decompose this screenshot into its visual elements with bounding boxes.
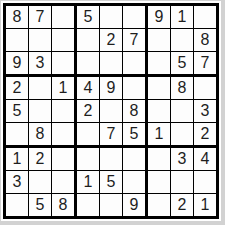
sudoku-cell-r4c5[interactable]: 9 <box>100 77 123 100</box>
sudoku-cell-r8c4[interactable]: 1 <box>77 171 100 194</box>
sudoku-cell-r1c4[interactable]: 5 <box>77 6 100 29</box>
sudoku-cell-r3c5[interactable] <box>100 52 123 77</box>
sudoku-cell-r1c8[interactable]: 1 <box>171 6 194 29</box>
sudoku-cell-r8c2[interactable] <box>29 171 52 194</box>
sudoku-cell-r8c1[interactable]: 3 <box>6 171 29 194</box>
board-margin: 87591278935721498528387512123431558921 <box>1 1 221 221</box>
sudoku-cell-r1c7[interactable]: 9 <box>148 6 171 29</box>
sudoku-cell-r9c4[interactable] <box>77 194 100 216</box>
sudoku-cell-r9c9[interactable]: 1 <box>194 194 216 216</box>
sudoku-cell-r7c1[interactable]: 1 <box>6 148 29 171</box>
board-row-2: 278 <box>6 29 216 52</box>
sudoku-cell-r3c9[interactable]: 7 <box>194 52 216 77</box>
sudoku-cell-r5c3[interactable] <box>52 100 77 123</box>
sudoku-cell-r4c3[interactable]: 1 <box>52 77 77 100</box>
sudoku-cell-r2c3[interactable] <box>52 29 77 52</box>
sudoku-cell-r6c8[interactable] <box>171 123 194 148</box>
sudoku-cell-r4c9[interactable] <box>194 77 216 100</box>
sudoku-cell-r1c3[interactable] <box>52 6 77 29</box>
sudoku-cell-r9c5[interactable] <box>100 194 123 216</box>
sudoku-cell-r8c6[interactable] <box>123 171 148 194</box>
sudoku-cell-r2c5[interactable]: 2 <box>100 29 123 52</box>
sudoku-cell-r9c8[interactable]: 2 <box>171 194 194 216</box>
sudoku-cell-r9c7[interactable] <box>148 194 171 216</box>
board-row-9: 58921 <box>6 194 216 216</box>
sudoku-cell-r7c8[interactable]: 3 <box>171 148 194 171</box>
sudoku-cell-r6c4[interactable] <box>77 123 100 148</box>
board-row-5: 5283 <box>6 100 216 123</box>
sudoku-cell-r8c7[interactable] <box>148 171 171 194</box>
sudoku-cell-r4c2[interactable] <box>29 77 52 100</box>
sudoku-cell-r1c2[interactable]: 7 <box>29 6 52 29</box>
board-row-3: 9357 <box>6 52 216 77</box>
sudoku-cell-r7c7[interactable] <box>148 148 171 171</box>
sudoku-cell-r6c7[interactable]: 1 <box>148 123 171 148</box>
sudoku-cell-r2c7[interactable] <box>148 29 171 52</box>
sudoku-cell-r8c8[interactable] <box>171 171 194 194</box>
sudoku-cell-r4c4[interactable]: 4 <box>77 77 100 100</box>
board-row-4: 21498 <box>6 77 216 100</box>
sudoku-cell-r7c5[interactable] <box>100 148 123 171</box>
sudoku-cell-r5c7[interactable] <box>148 100 171 123</box>
sudoku-cell-r6c6[interactable]: 5 <box>123 123 148 148</box>
sudoku-cell-r3c8[interactable]: 5 <box>171 52 194 77</box>
board-row-6: 87512 <box>6 123 216 148</box>
sudoku-cell-r1c6[interactable] <box>123 6 148 29</box>
sudoku-cell-r5c1[interactable]: 5 <box>6 100 29 123</box>
sudoku-cell-r4c8[interactable]: 8 <box>171 77 194 100</box>
sudoku-cell-r2c8[interactable] <box>171 29 194 52</box>
sudoku-cell-r1c5[interactable] <box>100 6 123 29</box>
sudoku-cell-r2c6[interactable]: 7 <box>123 29 148 52</box>
sudoku-cell-r8c3[interactable] <box>52 171 77 194</box>
sudoku-cell-r8c9[interactable] <box>194 171 216 194</box>
sudoku-cell-r1c1[interactable]: 8 <box>6 6 29 29</box>
sudoku-board: 87591278935721498528387512123431558921 <box>3 3 219 219</box>
sudoku-cell-r7c4[interactable] <box>77 148 100 171</box>
board-row-8: 315 <box>6 171 216 194</box>
sudoku-cell-r9c6[interactable]: 9 <box>123 194 148 216</box>
sudoku-cell-r6c2[interactable]: 8 <box>29 123 52 148</box>
sudoku-cell-r4c6[interactable] <box>123 77 148 100</box>
board-row-1: 87591 <box>6 6 216 29</box>
sudoku-cell-r5c8[interactable] <box>171 100 194 123</box>
sudoku-cell-r3c2[interactable]: 3 <box>29 52 52 77</box>
board-row-7: 1234 <box>6 148 216 171</box>
sudoku-cell-r2c9[interactable]: 8 <box>194 29 216 52</box>
sudoku-cell-r1c9[interactable] <box>194 6 216 29</box>
sudoku-cell-r5c5[interactable] <box>100 100 123 123</box>
sudoku-cell-r6c1[interactable] <box>6 123 29 148</box>
sudoku-cell-r3c4[interactable] <box>77 52 100 77</box>
sudoku-cell-r8c5[interactable]: 5 <box>100 171 123 194</box>
sudoku-cell-r2c1[interactable] <box>6 29 29 52</box>
sudoku-cell-r3c3[interactable] <box>52 52 77 77</box>
sudoku-cell-r6c3[interactable] <box>52 123 77 148</box>
sudoku-cell-r3c1[interactable]: 9 <box>6 52 29 77</box>
sudoku-cell-r6c5[interactable]: 7 <box>100 123 123 148</box>
sudoku-cell-r9c1[interactable] <box>6 194 29 216</box>
sudoku-cell-r9c2[interactable]: 5 <box>29 194 52 216</box>
sudoku-cell-r2c4[interactable] <box>77 29 100 52</box>
sudoku-cell-r4c1[interactable]: 2 <box>6 77 29 100</box>
sudoku-cell-r7c9[interactable]: 4 <box>194 148 216 171</box>
sudoku-cell-r5c6[interactable]: 8 <box>123 100 148 123</box>
sudoku-cell-r4c7[interactable] <box>148 77 171 100</box>
sudoku-cell-r5c2[interactable] <box>29 100 52 123</box>
sudoku-cell-r3c7[interactable] <box>148 52 171 77</box>
sudoku-cell-r7c6[interactable] <box>123 148 148 171</box>
sudoku-cell-r5c4[interactable]: 2 <box>77 100 100 123</box>
sudoku-cell-r7c3[interactable] <box>52 148 77 171</box>
sudoku-cell-r5c9[interactable]: 3 <box>194 100 216 123</box>
sudoku-cell-r9c3[interactable]: 8 <box>52 194 77 216</box>
sudoku-cell-r2c2[interactable] <box>29 29 52 52</box>
sudoku-cell-r3c6[interactable] <box>123 52 148 77</box>
sudoku-cell-r6c9[interactable]: 2 <box>194 123 216 148</box>
sudoku-cell-r7c2[interactable]: 2 <box>29 148 52 171</box>
